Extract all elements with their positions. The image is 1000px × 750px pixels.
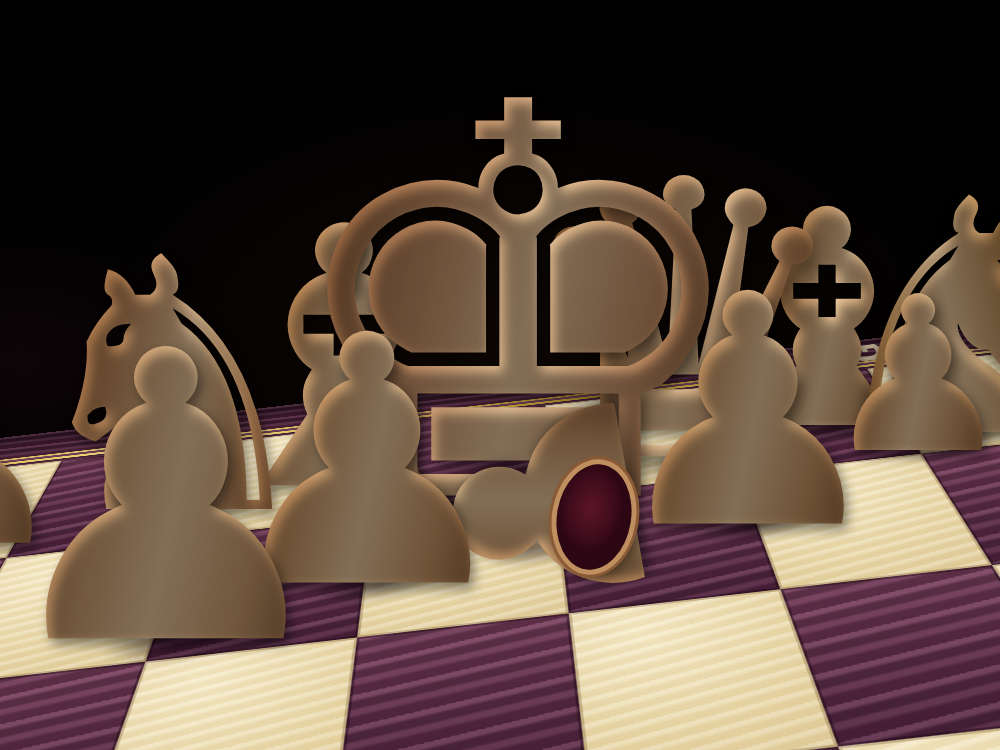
chess-photo-scene: EG ♟♞♟♝♟♚♟♛♟♝♟♞: [0, 0, 1000, 750]
white-pawn-f7[interactable]: ♟: [605, 252, 892, 572]
pieces-layer: ♟♞♟♝♟♚♟♛♟♝♟♞: [0, 0, 1000, 750]
white-pawn-b7[interactable]: ♟: [0, 300, 345, 700]
